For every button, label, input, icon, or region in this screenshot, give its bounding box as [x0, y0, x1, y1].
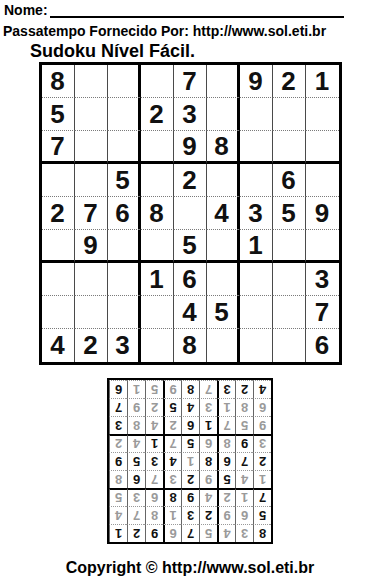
puzzle-cell-r9c6 — [207, 329, 240, 362]
puzzle-cell-r6c2: 9 — [75, 230, 108, 263]
puzzle-cell-r3c7 — [240, 131, 273, 164]
solution-cell-r2c8: 7 — [127, 506, 145, 524]
solution-cell-r8c7: 2 — [145, 398, 163, 416]
puzzle-cell-r8c6: 5 — [207, 296, 240, 329]
solution-cell-r1c3: 4 — [217, 524, 235, 542]
puzzle-cell-r5c2: 7 — [75, 197, 108, 230]
solution-cell-r8c8: 9 — [127, 398, 145, 416]
solution-cell-r7c2: 5 — [235, 416, 253, 434]
page-title: Sudoku Nível Fácil. — [0, 39, 380, 61]
puzzle-cell-r1c7: 9 — [240, 65, 273, 98]
solution-cell-r4c3: 5 — [217, 470, 235, 488]
solution-cell-r9c7: 5 — [145, 380, 163, 398]
puzzle-cell-r2c4: 2 — [141, 98, 174, 131]
solution-cell-r9c5: 8 — [181, 380, 199, 398]
solution-cell-r4c4: 9 — [199, 470, 217, 488]
solution-cell-r6c7: 1 — [145, 434, 163, 452]
solution-cell-r4c7: 7 — [145, 470, 163, 488]
solution-cell-r3c6: 8 — [163, 488, 181, 506]
solution-cell-r9c1: 4 — [253, 380, 271, 398]
puzzle-cell-r3c6: 8 — [207, 131, 240, 164]
solution-cell-r9c8: 1 — [127, 380, 145, 398]
puzzle-cell-r4c8: 6 — [273, 164, 306, 197]
puzzle-cell-r7c2 — [75, 263, 108, 296]
puzzle-cell-r4c2 — [75, 164, 108, 197]
puzzle-cell-r8c8 — [273, 296, 306, 329]
puzzle-cell-r3c8 — [273, 131, 306, 164]
puzzle-cell-r5c5 — [174, 197, 207, 230]
puzzle-cell-r7c4: 1 — [141, 263, 174, 296]
sudoku-puzzle-grid: 879215237985262768435995116345742386 — [39, 62, 342, 365]
puzzle-cell-r3c5: 9 — [174, 131, 207, 164]
puzzle-cell-r9c4 — [141, 329, 174, 362]
puzzle-cell-r9c3: 3 — [108, 329, 141, 362]
solution-cell-r5c1: 2 — [253, 452, 271, 470]
solution-cell-r3c9: 5 — [109, 488, 127, 506]
puzzle-cell-r6c4 — [141, 230, 174, 263]
puzzle-cell-r8c4 — [141, 296, 174, 329]
worksheet-page: Nome: Passatempo Fornecido Por: http://w… — [0, 0, 380, 585]
provider-line: Passatempo Fornecido Por: http://www.sol… — [0, 18, 380, 39]
solution-cell-r5c8: 5 — [127, 452, 145, 470]
solution-cell-r3c5: 9 — [181, 488, 199, 506]
solution-cell-r9c4: 7 — [199, 380, 217, 398]
sudoku-solution-grid-upside-down: 8345769215692318747124986351459237682768… — [107, 378, 273, 544]
solution-cell-r8c3: 1 — [217, 398, 235, 416]
solution-cell-r9c2: 2 — [235, 380, 253, 398]
solution-cell-r5c7: 3 — [145, 452, 163, 470]
solution-cell-r8c9: 7 — [109, 398, 127, 416]
solution-cell-r1c2: 3 — [235, 524, 253, 542]
puzzle-cell-r6c8 — [273, 230, 306, 263]
solution-cell-r2c2: 6 — [235, 506, 253, 524]
solution-cell-r1c5: 7 — [181, 524, 199, 542]
puzzle-cell-r6c3 — [108, 230, 141, 263]
solution-cell-r8c4: 3 — [199, 398, 217, 416]
puzzle-cell-r9c1: 4 — [42, 329, 75, 362]
solution-cell-r3c2: 1 — [235, 488, 253, 506]
puzzle-cell-r4c1 — [42, 164, 75, 197]
solution-cell-r2c7: 8 — [145, 506, 163, 524]
puzzle-cell-r2c6 — [207, 98, 240, 131]
solution-cell-r1c6: 6 — [163, 524, 181, 542]
solution-cell-r3c1: 7 — [253, 488, 271, 506]
solution-cell-r6c6: 7 — [163, 434, 181, 452]
solution-cell-r5c3: 6 — [217, 452, 235, 470]
solution-cell-r3c3: 2 — [217, 488, 235, 506]
puzzle-cell-r3c3 — [108, 131, 141, 164]
solution-cell-r7c5: 6 — [181, 416, 199, 434]
puzzle-cell-r4c7 — [240, 164, 273, 197]
puzzle-cell-r3c2 — [75, 131, 108, 164]
puzzle-cell-r5c3: 6 — [108, 197, 141, 230]
puzzle-cell-r2c2 — [75, 98, 108, 131]
solution-cell-r3c4: 4 — [199, 488, 217, 506]
solution-cell-r4c6: 3 — [163, 470, 181, 488]
solution-cell-r6c5: 5 — [181, 434, 199, 452]
solution-cell-r6c8: 4 — [127, 434, 145, 452]
solution-cell-r6c3: 8 — [217, 434, 235, 452]
puzzle-cell-r4c3: 5 — [108, 164, 141, 197]
solution-cell-r5c5: 1 — [181, 452, 199, 470]
solution-cell-r4c5: 2 — [181, 470, 199, 488]
puzzle-cell-r5c7: 3 — [240, 197, 273, 230]
puzzle-cell-r2c9 — [306, 98, 339, 131]
solution-cell-r2c9: 4 — [109, 506, 127, 524]
puzzle-cell-r6c5: 5 — [174, 230, 207, 263]
puzzle-cell-r5c8: 5 — [273, 197, 306, 230]
puzzle-cell-r8c3 — [108, 296, 141, 329]
puzzle-cell-r6c9 — [306, 230, 339, 263]
puzzle-cell-r6c1 — [42, 230, 75, 263]
puzzle-cell-r1c1: 8 — [42, 65, 75, 98]
puzzle-cell-r7c9: 3 — [306, 263, 339, 296]
puzzle-cell-r2c7 — [240, 98, 273, 131]
puzzle-cell-r1c3 — [108, 65, 141, 98]
solution-cell-r2c6: 1 — [163, 506, 181, 524]
puzzle-cell-r1c6 — [207, 65, 240, 98]
puzzle-cell-r1c5: 7 — [174, 65, 207, 98]
solution-cell-r7c4: 1 — [199, 416, 217, 434]
solution-cell-r5c9: 9 — [109, 452, 127, 470]
puzzle-cell-r9c5: 8 — [174, 329, 207, 362]
solution-cell-r1c8: 2 — [127, 524, 145, 542]
puzzle-cell-r2c3 — [108, 98, 141, 131]
solution-cell-r5c6: 4 — [163, 452, 181, 470]
solution-cell-r7c9: 3 — [109, 416, 127, 434]
solution-cell-r4c9: 8 — [109, 470, 127, 488]
puzzle-cell-r1c8: 2 — [273, 65, 306, 98]
puzzle-cell-r8c9: 7 — [306, 296, 339, 329]
solution-cell-r5c2: 7 — [235, 452, 253, 470]
puzzle-cell-r5c6: 4 — [207, 197, 240, 230]
copyright-line: Copyright © http://www.sol.eti.br — [0, 559, 380, 577]
puzzle-cell-r9c7 — [240, 329, 273, 362]
puzzle-cell-r9c2: 2 — [75, 329, 108, 362]
solution-cell-r8c1: 6 — [253, 398, 271, 416]
puzzle-cell-r8c5: 4 — [174, 296, 207, 329]
solution-cell-r8c5: 4 — [181, 398, 199, 416]
name-row: Nome: — [0, 0, 380, 18]
puzzle-cell-r4c9 — [306, 164, 339, 197]
puzzle-cell-r1c2 — [75, 65, 108, 98]
solution-cell-r2c3: 9 — [217, 506, 235, 524]
solution-cell-r7c7: 4 — [145, 416, 163, 434]
puzzle-cell-r5c9: 9 — [306, 197, 339, 230]
puzzle-cell-r7c8 — [273, 263, 306, 296]
solution-cell-r1c9: 1 — [109, 524, 127, 542]
solution-cell-r2c1: 5 — [253, 506, 271, 524]
solution-cell-r1c1: 8 — [253, 524, 271, 542]
solution-cell-r3c8: 3 — [127, 488, 145, 506]
puzzle-cell-r3c9 — [306, 131, 339, 164]
puzzle-cell-r6c6 — [207, 230, 240, 263]
puzzle-cell-r1c4 — [141, 65, 174, 98]
puzzle-cell-r8c7 — [240, 296, 273, 329]
solution-cell-r4c8: 6 — [127, 470, 145, 488]
solution-cell-r7c3: 7 — [217, 416, 235, 434]
puzzle-cell-r9c9: 6 — [306, 329, 339, 362]
solution-cell-r7c6: 2 — [163, 416, 181, 434]
solution-cell-r6c9: 2 — [109, 434, 127, 452]
solution-cell-r8c6: 5 — [163, 398, 181, 416]
solution-cell-r5c4: 8 — [199, 452, 217, 470]
solution-cell-r7c1: 9 — [253, 416, 271, 434]
puzzle-cell-r2c1: 5 — [42, 98, 75, 131]
puzzle-cell-r5c1: 2 — [42, 197, 75, 230]
puzzle-cell-r8c1 — [42, 296, 75, 329]
puzzle-cell-r7c1 — [42, 263, 75, 296]
solution-cell-r2c4: 2 — [199, 506, 217, 524]
solution-cell-r4c2: 4 — [235, 470, 253, 488]
puzzle-cell-r4c6 — [207, 164, 240, 197]
solution-cell-r9c6: 9 — [163, 380, 181, 398]
puzzle-cell-r4c4 — [141, 164, 174, 197]
solution-cell-r9c3: 3 — [217, 380, 235, 398]
solution-cell-r8c2: 8 — [235, 398, 253, 416]
solution-cell-r7c8: 8 — [127, 416, 145, 434]
puzzle-cell-r7c3 — [108, 263, 141, 296]
puzzle-cell-r7c5: 6 — [174, 263, 207, 296]
solution-cell-r4c1: 1 — [253, 470, 271, 488]
name-blank-line — [50, 2, 344, 18]
solution-cell-r1c4: 5 — [199, 524, 217, 542]
puzzle-cell-r6c7: 1 — [240, 230, 273, 263]
solution-cell-r6c1: 3 — [253, 434, 271, 452]
puzzle-cell-r3c1: 7 — [42, 131, 75, 164]
name-label: Nome: — [4, 2, 48, 18]
puzzle-cell-r1c9: 1 — [306, 65, 339, 98]
puzzle-cell-r2c5: 3 — [174, 98, 207, 131]
puzzle-cell-r7c7 — [240, 263, 273, 296]
solution-cell-r3c7: 6 — [145, 488, 163, 506]
solution-cell-r6c4: 6 — [199, 434, 217, 452]
solution-cell-r2c5: 3 — [181, 506, 199, 524]
puzzle-cell-r7c6 — [207, 263, 240, 296]
puzzle-cell-r3c4 — [141, 131, 174, 164]
solution-cell-r6c2: 9 — [235, 434, 253, 452]
solution-cell-r9c9: 6 — [109, 380, 127, 398]
puzzle-cell-r8c2 — [75, 296, 108, 329]
puzzle-cell-r9c8 — [273, 329, 306, 362]
puzzle-cell-r5c4: 8 — [141, 197, 174, 230]
puzzle-cell-r2c8 — [273, 98, 306, 131]
solution-cell-r1c7: 9 — [145, 524, 163, 542]
puzzle-cell-r4c5: 2 — [174, 164, 207, 197]
